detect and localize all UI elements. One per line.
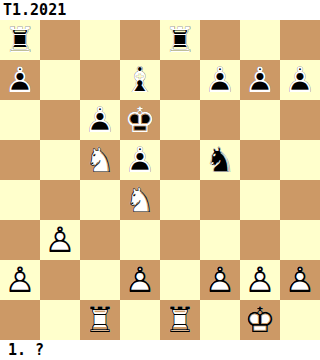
square-a1[interactable] (0, 300, 40, 340)
piece-glyph-outline: ♘ (120, 180, 160, 220)
square-d8[interactable] (120, 20, 160, 60)
square-e1[interactable]: ♜♖ (160, 300, 200, 340)
square-c4[interactable] (80, 180, 120, 220)
square-g2[interactable]: ♟♙ (240, 260, 280, 300)
piece-white-pawn[interactable]: ♟♙ (200, 260, 240, 300)
piece-white-pawn[interactable]: ♟♙ (280, 260, 320, 300)
square-e3[interactable] (160, 220, 200, 260)
square-c8[interactable] (80, 20, 120, 60)
square-d3[interactable] (120, 220, 160, 260)
square-c5[interactable]: ♞♘ (80, 140, 120, 180)
square-h6[interactable] (280, 100, 320, 140)
square-a4[interactable] (0, 180, 40, 220)
square-f4[interactable] (200, 180, 240, 220)
piece-black-pawn[interactable]: ♟♙ (240, 60, 280, 100)
square-e7[interactable] (160, 60, 200, 100)
puzzle-title: T1.2021 (3, 1, 66, 20)
piece-glyph-outline: ♙ (120, 260, 160, 300)
piece-glyph-outline: ♙ (0, 260, 40, 300)
piece-glyph-outline: ♖ (80, 300, 120, 340)
square-c2[interactable] (80, 260, 120, 300)
square-b2[interactable] (40, 260, 80, 300)
piece-glyph-outline: ♗ (120, 60, 160, 100)
piece-glyph-outline: ♙ (240, 60, 280, 100)
square-h4[interactable] (280, 180, 320, 220)
square-f3[interactable] (200, 220, 240, 260)
square-h3[interactable] (280, 220, 320, 260)
square-e5[interactable] (160, 140, 200, 180)
piece-black-pawn[interactable]: ♟♙ (200, 60, 240, 100)
square-f2[interactable]: ♟♙ (200, 260, 240, 300)
square-e6[interactable] (160, 100, 200, 140)
piece-black-rook[interactable]: ♜♖ (0, 20, 40, 60)
piece-glyph-outline: ♙ (200, 60, 240, 100)
square-g3[interactable] (240, 220, 280, 260)
piece-glyph-outline: ♔ (120, 100, 160, 140)
square-a7[interactable]: ♟♙ (0, 60, 40, 100)
square-e2[interactable] (160, 260, 200, 300)
piece-black-bishop[interactable]: ♝♗ (120, 60, 160, 100)
piece-black-pawn[interactable]: ♟♙ (80, 100, 120, 140)
square-b8[interactable] (40, 20, 80, 60)
piece-white-rook[interactable]: ♜♖ (160, 300, 200, 340)
square-d7[interactable]: ♝♗ (120, 60, 160, 100)
square-f5[interactable]: ♞♘ (200, 140, 240, 180)
piece-black-knight[interactable]: ♞♘ (200, 140, 240, 180)
piece-glyph-outline: ♙ (0, 60, 40, 100)
piece-white-pawn[interactable]: ♟♙ (120, 260, 160, 300)
piece-white-king[interactable]: ♚♔ (240, 300, 280, 340)
square-a2[interactable]: ♟♙ (0, 260, 40, 300)
piece-black-pawn[interactable]: ♟♙ (0, 60, 40, 100)
piece-white-knight[interactable]: ♞♘ (80, 140, 120, 180)
move-prompt: 1. ? (8, 340, 44, 360)
piece-glyph-outline: ♖ (160, 300, 200, 340)
square-c1[interactable]: ♜♖ (80, 300, 120, 340)
piece-black-king[interactable]: ♚♔ (120, 100, 160, 140)
piece-glyph-outline: ♘ (200, 140, 240, 180)
square-c7[interactable] (80, 60, 120, 100)
piece-glyph-outline: ♙ (80, 100, 120, 140)
square-b1[interactable] (40, 300, 80, 340)
square-g5[interactable] (240, 140, 280, 180)
piece-glyph-outline: ♙ (240, 260, 280, 300)
square-d4[interactable]: ♞♘ (120, 180, 160, 220)
square-d2[interactable]: ♟♙ (120, 260, 160, 300)
piece-glyph-outline: ♘ (80, 140, 120, 180)
square-c3[interactable] (80, 220, 120, 260)
piece-black-rook[interactable]: ♜♖ (160, 20, 200, 60)
square-a6[interactable] (0, 100, 40, 140)
piece-glyph-outline: ♙ (200, 260, 240, 300)
square-a8[interactable]: ♜♖ (0, 20, 40, 60)
square-b4[interactable] (40, 180, 80, 220)
square-c6[interactable]: ♟♙ (80, 100, 120, 140)
piece-glyph-outline: ♙ (280, 60, 320, 100)
square-h2[interactable]: ♟♙ (280, 260, 320, 300)
chess-board: ♜♖♜♖♟♙♝♗♟♙♟♙♟♙♟♙♚♔♞♘♟♙♞♘♞♘♟♙♟♙♟♙♟♙♟♙♟♙♜♖… (0, 20, 320, 340)
square-e4[interactable] (160, 180, 200, 220)
square-h1[interactable] (280, 300, 320, 340)
square-b7[interactable] (40, 60, 80, 100)
piece-white-pawn[interactable]: ♟♙ (240, 260, 280, 300)
square-h5[interactable] (280, 140, 320, 180)
square-g7[interactable]: ♟♙ (240, 60, 280, 100)
chess-puzzle-window: T1.2021 ♜♖♜♖♟♙♝♗♟♙♟♙♟♙♟♙♚♔♞♘♟♙♞♘♞♘♟♙♟♙♟♙… (0, 0, 320, 360)
piece-glyph-outline: ♙ (120, 140, 160, 180)
square-b6[interactable] (40, 100, 80, 140)
piece-black-pawn[interactable]: ♟♙ (280, 60, 320, 100)
square-d1[interactable] (120, 300, 160, 340)
square-g8[interactable] (240, 20, 280, 60)
piece-glyph-outline: ♔ (240, 300, 280, 340)
piece-glyph-outline: ♙ (280, 260, 320, 300)
square-d5[interactable]: ♟♙ (120, 140, 160, 180)
piece-glyph-outline: ♖ (0, 20, 40, 60)
piece-white-rook[interactable]: ♜♖ (80, 300, 120, 340)
square-e8[interactable]: ♜♖ (160, 20, 200, 60)
square-h8[interactable] (280, 20, 320, 60)
square-g4[interactable] (240, 180, 280, 220)
square-f8[interactable] (200, 20, 240, 60)
piece-white-knight[interactable]: ♞♘ (120, 180, 160, 220)
square-a5[interactable] (0, 140, 40, 180)
square-a3[interactable] (0, 220, 40, 260)
square-h7[interactable]: ♟♙ (280, 60, 320, 100)
piece-white-pawn[interactable]: ♟♙ (40, 220, 80, 260)
square-g1[interactable]: ♚♔ (240, 300, 280, 340)
piece-glyph-outline: ♖ (160, 20, 200, 60)
square-f7[interactable]: ♟♙ (200, 60, 240, 100)
square-f6[interactable] (200, 100, 240, 140)
piece-glyph-outline: ♙ (40, 220, 80, 260)
square-d6[interactable]: ♚♔ (120, 100, 160, 140)
square-g6[interactable] (240, 100, 280, 140)
square-f1[interactable] (200, 300, 240, 340)
square-b3[interactable]: ♟♙ (40, 220, 80, 260)
piece-black-pawn[interactable]: ♟♙ (120, 140, 160, 180)
square-b5[interactable] (40, 140, 80, 180)
piece-white-pawn[interactable]: ♟♙ (0, 260, 40, 300)
